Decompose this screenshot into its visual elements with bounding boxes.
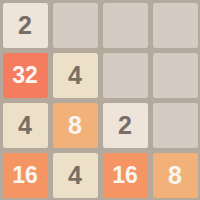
empty-cell-r1c3 (103, 3, 148, 48)
board[interactable]: 2324482164168 (0, 0, 200, 200)
tile-4-r4c2: 4 (53, 153, 98, 198)
tile-8-r4c4: 8 (153, 153, 198, 198)
tile-2-r1c1: 2 (3, 3, 48, 48)
tile-16-r4c3: 16 (103, 153, 148, 198)
tile-4-r3c1: 4 (3, 103, 48, 148)
tile-2-r3c3: 2 (103, 103, 148, 148)
empty-cell-r1c2 (53, 3, 98, 48)
tile-32-r2c1: 32 (3, 53, 48, 98)
tile-8-r3c2: 8 (53, 103, 98, 148)
empty-cell-r1c4 (153, 3, 198, 48)
empty-cell-r3c4 (153, 103, 198, 148)
tile-4-r2c2: 4 (53, 53, 98, 98)
empty-cell-r2c4 (153, 53, 198, 98)
empty-cell-r2c3 (103, 53, 148, 98)
tile-16-r4c1: 16 (3, 153, 48, 198)
